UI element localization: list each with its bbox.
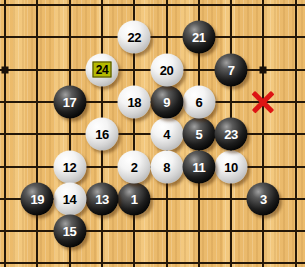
stone-black-13: 13 — [85, 182, 118, 215]
stone-black-7: 7 — [215, 53, 248, 86]
stone-white-12: 12 — [53, 150, 86, 183]
stone-black-11: 11 — [182, 150, 215, 183]
stone-white-22: 22 — [118, 21, 151, 54]
red-x-marker — [251, 90, 275, 114]
stone-black-23: 23 — [215, 118, 248, 151]
stone-move-number: 19 — [31, 192, 44, 205]
goban-board[interactable]: 123456789101112131415161718192021222324 — [0, 0, 305, 267]
grid-line-horizontal — [0, 262, 305, 264]
stone-move-number: 5 — [195, 128, 202, 141]
stone-move-number: 13 — [95, 192, 108, 205]
stone-move-number: 2 — [131, 160, 138, 173]
stone-move-number: 21 — [192, 31, 205, 44]
stone-white-6: 6 — [182, 85, 215, 118]
star-point — [260, 66, 267, 73]
stone-black-1: 1 — [118, 182, 151, 215]
stone-move-number: 18 — [127, 95, 140, 108]
stone-move-number: 9 — [163, 95, 170, 108]
stone-white-20: 20 — [150, 53, 183, 86]
stone-move-number: 23 — [224, 128, 237, 141]
stone-white-10: 10 — [215, 150, 248, 183]
stone-move-number: 17 — [63, 95, 76, 108]
stone-move-number: 8 — [163, 160, 170, 173]
stone-move-number: 7 — [228, 63, 235, 76]
stone-move-number: 15 — [63, 225, 76, 238]
stone-black-3: 3 — [247, 182, 280, 215]
stone-move-number: 20 — [160, 63, 173, 76]
grid-line-horizontal — [0, 230, 305, 232]
stone-white-4: 4 — [150, 118, 183, 151]
stone-black-19: 19 — [21, 182, 54, 215]
star-point — [2, 66, 9, 73]
stone-white-14: 14 — [53, 182, 86, 215]
stone-white-2: 2 — [118, 150, 151, 183]
stone-move-number: 12 — [63, 160, 76, 173]
stone-move-number: 16 — [95, 128, 108, 141]
stone-white-18: 18 — [118, 85, 151, 118]
stone-move-number: 22 — [127, 31, 140, 44]
stone-move-number: 3 — [260, 192, 267, 205]
stone-move-number: 4 — [163, 128, 170, 141]
stone-black-9: 9 — [150, 85, 183, 118]
stone-black-15: 15 — [53, 215, 86, 248]
stone-move-number: 24 — [93, 62, 111, 78]
stone-move-number: 10 — [224, 160, 237, 173]
stone-move-number: 1 — [131, 192, 138, 205]
stone-move-number: 14 — [63, 192, 76, 205]
stone-move-number: 11 — [192, 160, 205, 173]
stone-black-21: 21 — [182, 21, 215, 54]
stone-black-17: 17 — [53, 85, 86, 118]
grid-line-horizontal — [0, 36, 305, 38]
stone-white-16: 16 — [85, 118, 118, 151]
stone-white-24: 24 — [85, 53, 118, 86]
stone-white-8: 8 — [150, 150, 183, 183]
grid-line-horizontal — [0, 4, 305, 6]
stone-black-5: 5 — [182, 118, 215, 151]
stone-move-number: 6 — [195, 95, 202, 108]
